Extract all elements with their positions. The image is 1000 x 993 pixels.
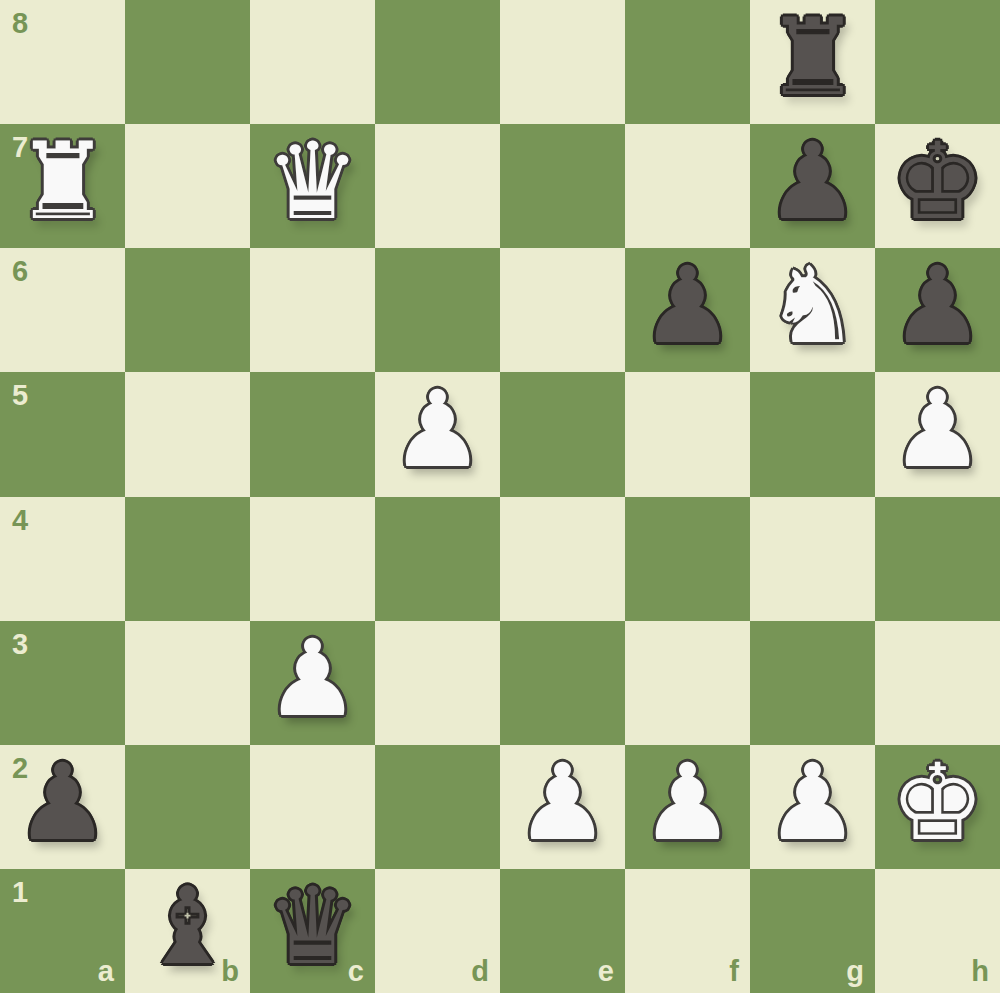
square-g1[interactable]: g bbox=[750, 869, 875, 993]
square-h7[interactable]: ♚ bbox=[875, 124, 1000, 248]
square-c4[interactable] bbox=[250, 497, 375, 621]
square-d1[interactable]: d bbox=[375, 869, 500, 993]
piece-white-knight-g6[interactable]: ♞ bbox=[765, 253, 860, 359]
square-g8[interactable]: ♜ bbox=[750, 0, 875, 124]
square-a4[interactable]: 4 bbox=[0, 497, 125, 621]
square-g6[interactable]: ♞ bbox=[750, 248, 875, 372]
piece-black-pawn-f6[interactable]: ♟ bbox=[640, 253, 735, 359]
square-a7[interactable]: 7♜ bbox=[0, 124, 125, 248]
piece-white-pawn-d5[interactable]: ♟ bbox=[390, 377, 485, 483]
chess-board: 8♜7♜♛♟♚6♟♞♟5♟♟43♟2♟♟♟♟♚1ab♝c♛defgh bbox=[0, 0, 1000, 993]
square-a6[interactable]: 6 bbox=[0, 248, 125, 372]
square-g5[interactable] bbox=[750, 372, 875, 496]
piece-black-pawn-a2[interactable]: ♟ bbox=[15, 750, 110, 856]
piece-black-queen-c1[interactable]: ♛ bbox=[265, 874, 360, 980]
square-b1[interactable]: b♝ bbox=[125, 869, 250, 993]
square-h3[interactable] bbox=[875, 621, 1000, 745]
square-d8[interactable] bbox=[375, 0, 500, 124]
file-label-a: a bbox=[98, 957, 114, 986]
square-d6[interactable] bbox=[375, 248, 500, 372]
rank-label-4: 4 bbox=[12, 506, 28, 535]
square-e6[interactable] bbox=[500, 248, 625, 372]
square-f5[interactable] bbox=[625, 372, 750, 496]
piece-white-pawn-h5[interactable]: ♟ bbox=[890, 377, 985, 483]
piece-white-rook-a7[interactable]: ♜ bbox=[15, 129, 110, 235]
square-f4[interactable] bbox=[625, 497, 750, 621]
square-f3[interactable] bbox=[625, 621, 750, 745]
square-h2[interactable]: ♚ bbox=[875, 745, 1000, 869]
square-c3[interactable]: ♟ bbox=[250, 621, 375, 745]
square-a3[interactable]: 3 bbox=[0, 621, 125, 745]
square-c6[interactable] bbox=[250, 248, 375, 372]
piece-white-pawn-f2[interactable]: ♟ bbox=[640, 750, 735, 856]
square-b3[interactable] bbox=[125, 621, 250, 745]
square-c7[interactable]: ♛ bbox=[250, 124, 375, 248]
piece-black-bishop-b1[interactable]: ♝ bbox=[140, 874, 235, 980]
square-b8[interactable] bbox=[125, 0, 250, 124]
square-d4[interactable] bbox=[375, 497, 500, 621]
board-area: 8♜7♜♛♟♚6♟♞♟5♟♟43♟2♟♟♟♟♚1ab♝c♛defgh bbox=[0, 0, 1000, 993]
square-h8[interactable] bbox=[875, 0, 1000, 124]
square-e3[interactable] bbox=[500, 621, 625, 745]
square-b7[interactable] bbox=[125, 124, 250, 248]
square-f7[interactable] bbox=[625, 124, 750, 248]
square-f8[interactable] bbox=[625, 0, 750, 124]
square-f1[interactable]: f bbox=[625, 869, 750, 993]
rank-label-5: 5 bbox=[12, 381, 28, 410]
square-a5[interactable]: 5 bbox=[0, 372, 125, 496]
square-f6[interactable]: ♟ bbox=[625, 248, 750, 372]
square-a8[interactable]: 8 bbox=[0, 0, 125, 124]
file-label-f: f bbox=[729, 957, 739, 986]
square-b2[interactable] bbox=[125, 745, 250, 869]
square-d3[interactable] bbox=[375, 621, 500, 745]
piece-black-king-h7[interactable]: ♚ bbox=[890, 129, 985, 235]
square-h6[interactable]: ♟ bbox=[875, 248, 1000, 372]
square-e4[interactable] bbox=[500, 497, 625, 621]
square-e1[interactable]: e bbox=[500, 869, 625, 993]
square-f2[interactable]: ♟ bbox=[625, 745, 750, 869]
square-h4[interactable] bbox=[875, 497, 1000, 621]
square-d2[interactable] bbox=[375, 745, 500, 869]
square-b5[interactable] bbox=[125, 372, 250, 496]
piece-white-king-h2[interactable]: ♚ bbox=[890, 750, 985, 856]
square-c1[interactable]: c♛ bbox=[250, 869, 375, 993]
piece-black-pawn-g7[interactable]: ♟ bbox=[765, 129, 860, 235]
rank-label-6: 6 bbox=[12, 257, 28, 286]
square-h5[interactable]: ♟ bbox=[875, 372, 1000, 496]
file-label-e: e bbox=[598, 957, 614, 986]
square-h1[interactable]: h bbox=[875, 869, 1000, 993]
rank-label-1: 1 bbox=[12, 878, 28, 907]
square-d7[interactable] bbox=[375, 124, 500, 248]
file-label-d: d bbox=[471, 957, 489, 986]
file-label-h: h bbox=[971, 957, 989, 986]
square-g2[interactable]: ♟ bbox=[750, 745, 875, 869]
file-label-g: g bbox=[846, 957, 864, 986]
square-g7[interactable]: ♟ bbox=[750, 124, 875, 248]
piece-white-queen-c7[interactable]: ♛ bbox=[265, 129, 360, 235]
piece-white-pawn-e2[interactable]: ♟ bbox=[515, 750, 610, 856]
square-g4[interactable] bbox=[750, 497, 875, 621]
square-e5[interactable] bbox=[500, 372, 625, 496]
square-d5[interactable]: ♟ bbox=[375, 372, 500, 496]
square-c2[interactable] bbox=[250, 745, 375, 869]
piece-black-pawn-h6[interactable]: ♟ bbox=[890, 253, 985, 359]
square-a2[interactable]: 2♟ bbox=[0, 745, 125, 869]
piece-white-pawn-g2[interactable]: ♟ bbox=[765, 750, 860, 856]
square-e8[interactable] bbox=[500, 0, 625, 124]
square-e2[interactable]: ♟ bbox=[500, 745, 625, 869]
piece-black-rook-g8[interactable]: ♜ bbox=[765, 5, 860, 111]
square-c5[interactable] bbox=[250, 372, 375, 496]
piece-white-pawn-c3[interactable]: ♟ bbox=[265, 626, 360, 732]
square-a1[interactable]: 1a bbox=[0, 869, 125, 993]
rank-label-8: 8 bbox=[12, 9, 28, 38]
rank-label-3: 3 bbox=[12, 630, 28, 659]
square-e7[interactable] bbox=[500, 124, 625, 248]
square-c8[interactable] bbox=[250, 0, 375, 124]
square-b6[interactable] bbox=[125, 248, 250, 372]
square-b4[interactable] bbox=[125, 497, 250, 621]
square-g3[interactable] bbox=[750, 621, 875, 745]
